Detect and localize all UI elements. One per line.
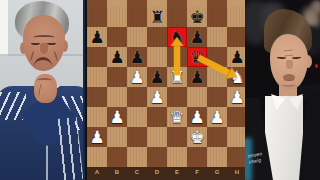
black-pawn-h6: ♟ bbox=[229, 47, 244, 67]
square-c5: ♟ bbox=[127, 67, 147, 87]
board-edge-cell bbox=[207, 0, 227, 7]
square-e3: ♛ bbox=[167, 107, 187, 127]
black-pawn-f5: ♟ bbox=[189, 67, 204, 87]
white-pawn-c5: ♟ bbox=[129, 67, 144, 87]
player-left-photo bbox=[0, 0, 85, 180]
square-b5 bbox=[107, 67, 127, 87]
board-edge-cell bbox=[147, 0, 167, 7]
cheek-crease bbox=[53, 51, 59, 61]
square-g3: ♟ bbox=[207, 107, 227, 127]
square-f7: ♟ bbox=[187, 27, 207, 47]
square-h7 bbox=[227, 27, 247, 47]
black-pawn-a7: ♟ bbox=[89, 27, 104, 47]
square-b1 bbox=[107, 147, 127, 167]
square-d4: ♟ bbox=[147, 87, 167, 107]
square-g7 bbox=[207, 27, 227, 47]
square-f6: ♛ bbox=[187, 47, 207, 67]
square-f4 bbox=[187, 87, 207, 107]
squinting-eye bbox=[292, 56, 301, 60]
square-h8 bbox=[227, 7, 247, 27]
square-c2 bbox=[127, 127, 147, 147]
file-label-g: G bbox=[207, 167, 227, 180]
board-edge-cell bbox=[187, 0, 207, 7]
youtube-chess-thumbnail: ♜♚♟♞♟♟♟♛♟♟♟♜♟♞♟♟♟♛♟♟♟♚ ABCDEFGH onsen bbox=[0, 0, 320, 180]
square-d5: ♟ bbox=[147, 67, 167, 87]
square-c3 bbox=[127, 107, 147, 127]
board-top-edge bbox=[87, 0, 247, 7]
white-queen-e3: ♛ bbox=[169, 107, 184, 127]
file-label-d: D bbox=[147, 167, 167, 180]
square-a5 bbox=[87, 67, 107, 87]
file-label-c: C bbox=[127, 167, 147, 180]
knuckles bbox=[37, 78, 52, 83]
square-c8 bbox=[127, 7, 147, 27]
right-player-face bbox=[270, 34, 308, 90]
square-h2 bbox=[227, 127, 247, 147]
file-label-b: B bbox=[107, 167, 127, 180]
squeezed-eye bbox=[47, 41, 56, 45]
square-b2 bbox=[107, 127, 127, 147]
square-h4: ♟ bbox=[227, 87, 247, 107]
square-d1 bbox=[147, 147, 167, 167]
square-h1 bbox=[227, 147, 247, 167]
black-pawn-d5: ♟ bbox=[149, 67, 164, 87]
square-g8 bbox=[207, 7, 227, 27]
pursed-mouth bbox=[283, 74, 295, 80]
square-f8: ♚ bbox=[187, 7, 207, 27]
nose bbox=[40, 43, 48, 54]
square-a2: ♟ bbox=[87, 127, 107, 147]
white-knight-h5: ♞ bbox=[229, 67, 244, 87]
board-edge-cell bbox=[107, 0, 127, 7]
square-a6 bbox=[87, 47, 107, 67]
square-a8 bbox=[87, 7, 107, 27]
file-label-f: F bbox=[187, 167, 207, 180]
white-king-f2: ♚ bbox=[189, 127, 204, 147]
square-g4 bbox=[207, 87, 227, 107]
square-c1 bbox=[127, 147, 147, 167]
cheek-crease bbox=[30, 51, 36, 61]
square-g6 bbox=[207, 47, 227, 67]
chess-board: ♜♚♟♞♟♟♟♛♟♟♟♜♟♞♟♟♟♛♟♟♟♚ ABCDEFGH bbox=[87, 0, 247, 180]
square-e8 bbox=[167, 7, 187, 27]
black-knight-e7: ♞ bbox=[169, 27, 184, 47]
square-e7: ♞ bbox=[167, 27, 187, 47]
black-king-f8: ♚ bbox=[189, 7, 204, 27]
white-pawn-f3: ♟ bbox=[189, 107, 204, 127]
white-pawn-b3: ♟ bbox=[109, 107, 124, 127]
player-right-photo: onsen utwig bbox=[245, 0, 320, 180]
grimace-mouth bbox=[34, 57, 52, 66]
square-b6: ♟ bbox=[107, 47, 127, 67]
white-pawn-d4: ♟ bbox=[149, 87, 164, 107]
square-f3: ♟ bbox=[187, 107, 207, 127]
red-lapel-pin bbox=[315, 64, 318, 68]
square-f1 bbox=[187, 147, 207, 167]
square-e6 bbox=[167, 47, 187, 67]
square-a4 bbox=[87, 87, 107, 107]
board-edge-cell bbox=[127, 0, 147, 7]
black-rook-d8: ♜ bbox=[149, 7, 164, 27]
file-label-h: H bbox=[227, 167, 247, 180]
square-a7: ♟ bbox=[87, 27, 107, 47]
square-a1 bbox=[87, 147, 107, 167]
black-pawn-f7: ♟ bbox=[189, 27, 204, 47]
white-pawn-a2: ♟ bbox=[89, 127, 104, 147]
square-b3: ♟ bbox=[107, 107, 127, 127]
square-a3 bbox=[87, 107, 107, 127]
black-pawn-c6: ♟ bbox=[129, 47, 144, 67]
square-d6 bbox=[147, 47, 167, 67]
nose bbox=[286, 60, 293, 69]
square-g5 bbox=[207, 67, 227, 87]
board-edge-cell bbox=[167, 0, 187, 7]
square-h5: ♞ bbox=[227, 67, 247, 87]
square-g2 bbox=[207, 127, 227, 147]
square-e2 bbox=[167, 127, 187, 147]
square-c6: ♟ bbox=[127, 47, 147, 67]
black-queen-f6: ♛ bbox=[189, 47, 204, 67]
square-b4 bbox=[107, 87, 127, 107]
white-pawn-g3: ♟ bbox=[209, 107, 224, 127]
square-d3 bbox=[147, 107, 167, 127]
black-pawn-b6: ♟ bbox=[109, 47, 124, 67]
square-f2: ♚ bbox=[187, 127, 207, 147]
audience-face bbox=[311, 0, 320, 14]
square-e5: ♜ bbox=[167, 67, 187, 87]
square-d2 bbox=[147, 127, 167, 147]
square-g1 bbox=[207, 147, 227, 167]
file-label-e: E bbox=[167, 167, 187, 180]
square-c7 bbox=[127, 27, 147, 47]
chin-crease bbox=[282, 82, 296, 87]
left-player-face bbox=[23, 15, 65, 71]
board-edge-cell bbox=[227, 0, 247, 7]
square-h3 bbox=[227, 107, 247, 127]
thumb bbox=[38, 84, 44, 97]
white-pawn-h4: ♟ bbox=[229, 87, 244, 107]
squeezed-eye bbox=[31, 41, 40, 45]
square-f5: ♟ bbox=[187, 67, 207, 87]
square-b7 bbox=[107, 27, 127, 47]
square-e1 bbox=[167, 147, 187, 167]
square-d8: ♜ bbox=[147, 7, 167, 27]
board-edge-cell bbox=[87, 0, 107, 7]
board-squares: ♜♚♟♞♟♟♟♛♟♟♟♜♟♞♟♟♟♛♟♟♟♚ bbox=[87, 7, 247, 167]
clenched-fist bbox=[34, 74, 57, 103]
square-h6: ♟ bbox=[227, 47, 247, 67]
square-b8 bbox=[107, 7, 127, 27]
squinting-eye bbox=[277, 56, 286, 60]
file-labels: ABCDEFGH bbox=[87, 167, 247, 180]
white-rook-e5: ♜ bbox=[169, 67, 184, 87]
file-label-a: A bbox=[87, 167, 107, 180]
square-c4 bbox=[127, 87, 147, 107]
square-d7 bbox=[147, 27, 167, 47]
wall-highlight bbox=[0, 0, 8, 56]
square-e4 bbox=[167, 87, 187, 107]
furrowed-brow bbox=[33, 35, 55, 40]
